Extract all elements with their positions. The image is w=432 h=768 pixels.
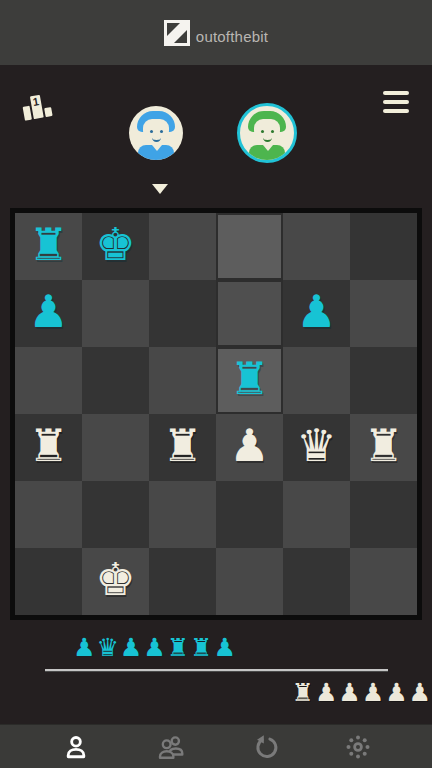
square-c1[interactable]: [149, 548, 216, 615]
piece-a5: ♟: [15, 280, 82, 347]
avatar-smile: [263, 135, 272, 142]
brand-logo: outofthebit: [164, 20, 268, 46]
app-screen: outofthebit 1 ♜♚♟♟♜♜♜♟♛♜♚ ♟♛♟♟♜♜♟ ♜♟♟♟♟♟: [0, 0, 432, 768]
captured-piece: ♟: [214, 633, 236, 662]
square-d3[interactable]: ♟: [216, 414, 283, 481]
menu-button[interactable]: [383, 91, 409, 113]
player-blue-avatar[interactable]: [129, 106, 183, 160]
square-a4[interactable]: [15, 347, 82, 414]
avatar-eye: [261, 130, 264, 133]
two-players-button[interactable]: [141, 725, 201, 768]
brand-name: outofthebit: [196, 29, 268, 46]
avatar-eye: [271, 130, 274, 133]
square-c6[interactable]: [149, 213, 216, 280]
square-a3[interactable]: ♜: [15, 414, 82, 481]
piece-b1: ♚: [82, 548, 149, 615]
square-a6[interactable]: ♜: [15, 213, 82, 280]
piece-a6: ♜: [15, 213, 82, 280]
piece-e3: ♛: [283, 414, 350, 481]
captured-piece: ♟: [143, 633, 165, 662]
settings-button[interactable]: [328, 725, 388, 768]
undo-icon: [253, 734, 280, 761]
single-player-button[interactable]: [46, 725, 106, 768]
square-d1[interactable]: [216, 548, 283, 615]
captured-piece: ♟: [73, 633, 95, 662]
square-f3[interactable]: ♜: [350, 414, 417, 481]
piece-b6: ♚: [82, 213, 149, 280]
square-b1[interactable]: ♚: [82, 548, 149, 615]
square-d4[interactable]: ♜: [216, 347, 283, 414]
square-f4[interactable]: [350, 347, 417, 414]
square-e4[interactable]: [283, 347, 350, 414]
captured-white-tray: ♜♟♟♟♟♟: [0, 676, 432, 710]
avatar-eye: [160, 130, 163, 133]
square-b6[interactable]: ♚: [82, 213, 149, 280]
avatar-collar: [263, 145, 273, 151]
people-icon: [157, 734, 185, 760]
menu-bar: [383, 91, 409, 95]
square-f5[interactable]: [350, 280, 417, 347]
board: ♜♚♟♟♜♜♜♟♛♜♚: [10, 208, 422, 620]
piece-a3: ♜: [15, 414, 82, 481]
captured-piece: ♟: [362, 678, 384, 707]
avatar-eye: [150, 130, 153, 133]
captured-piece: ♜: [190, 633, 212, 662]
avatar-smile: [152, 135, 161, 142]
gear-icon: [344, 733, 372, 761]
square-d6[interactable]: [216, 213, 283, 280]
turn-indicator-caret: [152, 184, 168, 194]
restart-button[interactable]: [236, 725, 296, 768]
square-b5[interactable]: [82, 280, 149, 347]
player-green-avatar[interactable]: [237, 103, 297, 163]
piece-d3: ♟: [216, 414, 283, 481]
piece-d4: ♜: [216, 347, 283, 414]
square-e2[interactable]: [283, 481, 350, 548]
podium-rank-number: 1: [30, 95, 44, 119]
square-c3[interactable]: ♜: [149, 414, 216, 481]
bottom-nav: [0, 724, 432, 768]
podium-bar: [23, 106, 32, 121]
square-c5[interactable]: [149, 280, 216, 347]
square-b4[interactable]: [82, 347, 149, 414]
square-a1[interactable]: [15, 548, 82, 615]
trophy-rank-button[interactable]: 1: [19, 83, 58, 120]
square-d5[interactable]: [216, 280, 283, 347]
captured-piece: ♟: [120, 633, 142, 662]
piece-c3: ♜: [149, 414, 216, 481]
captured-piece: ♟: [315, 678, 337, 707]
avatar-collar: [152, 145, 162, 151]
square-e1[interactable]: [283, 548, 350, 615]
captured-piece: ♜: [291, 678, 313, 707]
piece-e5: ♟: [283, 280, 350, 347]
person-icon: [63, 734, 89, 760]
captured-piece: ♟: [385, 678, 407, 707]
square-b2[interactable]: [82, 481, 149, 548]
square-f2[interactable]: [350, 481, 417, 548]
square-a5[interactable]: ♟: [15, 280, 82, 347]
square-e5[interactable]: ♟: [283, 280, 350, 347]
top-bar: outofthebit: [0, 0, 432, 65]
menu-bar: [383, 100, 409, 104]
captured-cyan-tray: ♟♛♟♟♜♜♟: [0, 631, 432, 665]
captured-piece: ♟: [409, 678, 431, 707]
brand-logo-icon: [164, 20, 190, 46]
captured-piece: ♟: [338, 678, 360, 707]
square-c4[interactable]: [149, 347, 216, 414]
square-e3[interactable]: ♛: [283, 414, 350, 481]
captured-tray-divider: [45, 669, 388, 672]
square-f1[interactable]: [350, 548, 417, 615]
menu-bar: [383, 109, 409, 113]
podium-bar: [44, 107, 52, 117]
square-e6[interactable]: [283, 213, 350, 280]
square-f6[interactable]: [350, 213, 417, 280]
square-a2[interactable]: [15, 481, 82, 548]
square-d2[interactable]: [216, 481, 283, 548]
square-c2[interactable]: [149, 481, 216, 548]
captured-piece: ♜: [167, 633, 189, 662]
piece-f3: ♜: [350, 414, 417, 481]
square-b3[interactable]: [82, 414, 149, 481]
captured-piece: ♛: [96, 633, 118, 662]
